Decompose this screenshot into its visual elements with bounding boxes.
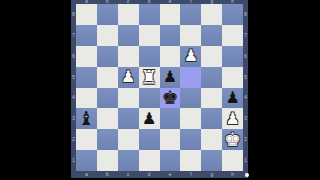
square-a6[interactable] [76,46,97,67]
rank-label-3: 3 [243,108,248,129]
square-f8[interactable] [180,4,201,25]
square-d5[interactable]: ♜ [139,67,160,88]
square-f5[interactable] [180,67,201,88]
square-b7[interactable] [97,25,118,46]
square-h8[interactable] [222,4,243,25]
piece-white-pawn[interactable]: ♟ [121,69,135,85]
piece-black-pawn[interactable]: ♟ [142,111,156,127]
board-grid: ♟♟♜♟♚♟♝♟♟♚ [76,4,243,171]
square-f6[interactable]: ♟ [180,46,201,67]
square-c1[interactable] [118,150,139,171]
square-e3[interactable] [160,108,181,129]
square-a8[interactable] [76,4,97,25]
square-g2[interactable] [201,129,222,150]
square-e2[interactable] [160,129,181,150]
square-g5[interactable] [201,67,222,88]
square-c5[interactable]: ♟ [118,67,139,88]
rank-label-2: 2 [243,129,248,150]
rank-label-8: 8 [243,4,248,25]
file-label-h: h [222,171,243,178]
square-h6[interactable] [222,46,243,67]
piece-black-king[interactable]: ♚ [161,88,178,107]
square-g4[interactable] [201,88,222,109]
square-h5[interactable] [222,67,243,88]
piece-white-rook[interactable]: ♜ [141,68,158,87]
square-a1[interactable] [76,150,97,171]
square-d4[interactable] [139,88,160,109]
rank-label-7: 7 [243,25,248,46]
square-e7[interactable] [160,25,181,46]
piece-black-pawn[interactable]: ♟ [225,90,239,106]
rank-labels-right: 87654321 [243,4,248,171]
square-a4[interactable] [76,88,97,109]
square-a2[interactable] [76,129,97,150]
square-c3[interactable] [118,108,139,129]
square-h1[interactable] [222,150,243,171]
square-f3[interactable] [180,108,201,129]
piece-black-bishop[interactable]: ♝ [78,109,95,128]
square-e6[interactable] [160,46,181,67]
square-c4[interactable] [118,88,139,109]
square-d7[interactable] [139,25,160,46]
chess-board: abcdefgh abcdefgh 87654321 87654321 ♟♟♜♟… [71,0,248,178]
square-b8[interactable] [97,4,118,25]
square-d1[interactable] [139,150,160,171]
file-label-b: b [97,171,118,178]
piece-white-pawn[interactable]: ♟ [225,111,239,127]
app-canvas: abcdefgh abcdefgh 87654321 87654321 ♟♟♜♟… [0,0,320,180]
square-a7[interactable] [76,25,97,46]
square-c2[interactable] [118,129,139,150]
square-e5[interactable]: ♟ [160,67,181,88]
file-label-c: c [118,171,139,178]
square-d6[interactable] [139,46,160,67]
square-e1[interactable] [160,150,181,171]
square-g1[interactable] [201,150,222,171]
square-a5[interactable] [76,67,97,88]
square-b2[interactable] [97,129,118,150]
rank-label-6: 6 [243,46,248,67]
file-labels-bottom: abcdefgh [76,171,243,178]
side-to-move-indicator [245,173,250,178]
square-c7[interactable] [118,25,139,46]
square-d3[interactable]: ♟ [139,108,160,129]
square-b5[interactable] [97,67,118,88]
piece-white-king[interactable]: ♚ [224,130,241,149]
square-f4[interactable] [180,88,201,109]
piece-white-pawn[interactable]: ♟ [184,48,198,64]
square-g7[interactable] [201,25,222,46]
rank-label-4: 4 [243,88,248,109]
square-e4[interactable]: ♚ [160,88,181,109]
square-b1[interactable] [97,150,118,171]
square-e8[interactable] [160,4,181,25]
square-h7[interactable] [222,25,243,46]
piece-black-pawn[interactable]: ♟ [163,69,177,85]
square-b6[interactable] [97,46,118,67]
square-g6[interactable] [201,46,222,67]
square-a3[interactable]: ♝ [76,108,97,129]
square-g3[interactable] [201,108,222,129]
file-label-g: g [201,171,222,178]
rank-label-5: 5 [243,67,248,88]
square-c6[interactable] [118,46,139,67]
rank-label-1: 1 [243,150,248,171]
file-label-a: a [76,171,97,178]
file-label-e: e [160,171,181,178]
square-f2[interactable] [180,129,201,150]
square-b4[interactable] [97,88,118,109]
square-h3[interactable]: ♟ [222,108,243,129]
square-h2[interactable]: ♚ [222,129,243,150]
square-c8[interactable] [118,4,139,25]
square-g8[interactable] [201,4,222,25]
square-f7[interactable] [180,25,201,46]
square-d2[interactable] [139,129,160,150]
square-f1[interactable] [180,150,201,171]
square-h4[interactable]: ♟ [222,88,243,109]
file-label-f: f [180,171,201,178]
square-b3[interactable] [97,108,118,129]
file-label-d: d [139,171,160,178]
square-d8[interactable] [139,4,160,25]
